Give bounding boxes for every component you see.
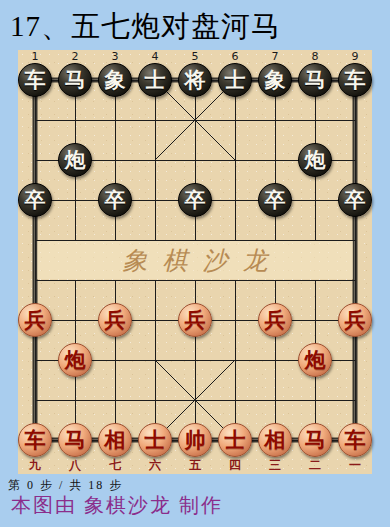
red-horse: 马 [58,423,92,457]
black-advisor: 士 [138,63,172,97]
red-horse: 马 [298,423,332,457]
black-elephant: 象 [98,63,132,97]
black-cannon: 炮 [298,143,332,177]
black-horse: 马 [58,63,92,97]
red-soldier: 兵 [178,303,212,337]
red-soldier: 兵 [338,303,372,337]
page-title: 17、五七炮对盘河马 [10,7,281,47]
red-soldier: 兵 [258,303,292,337]
red-soldier: 兵 [98,303,132,337]
black-soldier: 卒 [18,183,52,217]
black-soldier: 卒 [178,183,212,217]
red-elephant: 相 [258,423,292,457]
black-general: 将 [178,63,212,97]
red-chariot: 车 [18,423,52,457]
black-horse: 马 [298,63,332,97]
black-elephant: 象 [258,63,292,97]
red-general: 帅 [178,423,212,457]
black-chariot: 车 [338,63,372,97]
xiangqi-board[interactable]: 象棋沙龙 123456789 九八七六五四三二一 车马象士将士象马车炮炮卒卒卒卒… [18,50,372,474]
red-cannon: 炮 [58,343,92,377]
black-advisor: 士 [218,63,252,97]
black-soldier: 卒 [338,183,372,217]
red-soldier: 兵 [18,303,52,337]
red-advisor: 士 [138,423,172,457]
red-advisor: 士 [218,423,252,457]
red-elephant: 相 [98,423,132,457]
pieces-layer: 车马象士将士象马车炮炮卒卒卒卒卒兵兵兵兵兵炮炮车马相士帅士相马车 [15,60,375,460]
black-soldier: 卒 [258,183,292,217]
credit-text: 本图由 象棋沙龙 制作 [11,492,223,519]
black-soldier: 卒 [98,183,132,217]
black-chariot: 车 [18,63,52,97]
red-cannon: 炮 [298,343,332,377]
black-cannon: 炮 [58,143,92,177]
red-chariot: 车 [338,423,372,457]
